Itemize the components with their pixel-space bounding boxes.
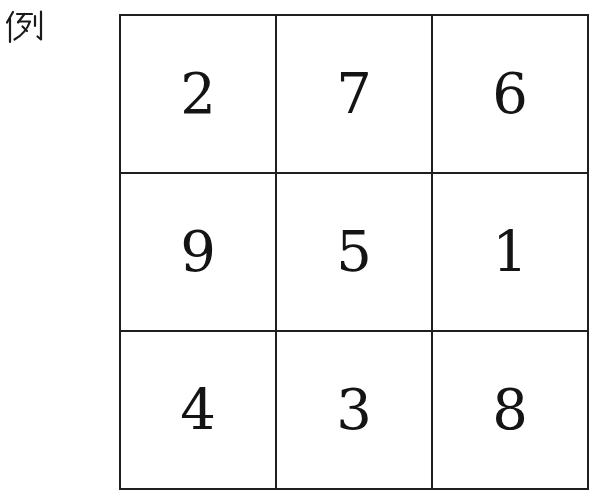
cell-r0c0: 2 <box>121 16 275 172</box>
example-label <box>4 10 44 44</box>
cell-r1c0: 9 <box>121 174 275 330</box>
cell-r2c0: 4 <box>121 332 275 488</box>
cell-r0c1: 7 <box>277 16 431 172</box>
figure-page: 2 7 6 9 5 1 4 3 8 <box>0 0 600 502</box>
cell-r2c1: 3 <box>277 332 431 488</box>
cell-r0c2: 6 <box>433 16 587 172</box>
cell-r1c2: 1 <box>433 174 587 330</box>
magic-square-grid: 2 7 6 9 5 1 4 3 8 <box>119 14 589 490</box>
cell-r1c1: 5 <box>277 174 431 330</box>
cell-r2c2: 8 <box>433 332 587 488</box>
rei-example-character <box>4 10 44 44</box>
